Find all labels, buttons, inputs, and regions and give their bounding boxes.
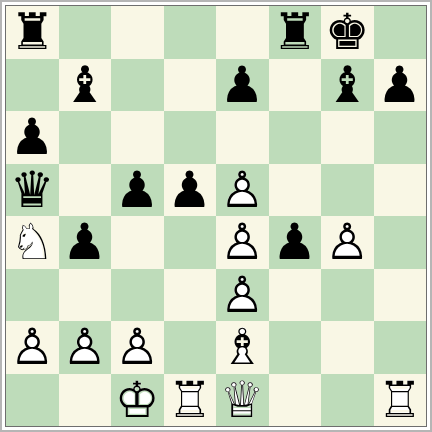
piece-black-king[interactable]: ♚︎ — [321, 6, 374, 59]
square-f2[interactable] — [269, 321, 322, 374]
piece-black-rook[interactable]: ♜︎ — [6, 6, 59, 59]
square-e4[interactable]: ♟︎♙︎ — [216, 216, 269, 269]
square-d5[interactable]: ♟︎ — [164, 164, 217, 217]
piece-white-pawn-fill: ♟︎ — [321, 216, 374, 269]
piece-black-pawn[interactable]: ♟︎ — [6, 111, 59, 164]
square-b3[interactable] — [59, 269, 112, 322]
square-g4[interactable]: ♟︎♙︎ — [321, 216, 374, 269]
piece-white-pawn[interactable]: ♙︎ — [216, 164, 269, 217]
piece-white-pawn-fill: ♟︎ — [111, 321, 164, 374]
piece-black-pawn[interactable]: ♟︎ — [216, 59, 269, 112]
square-g6[interactable] — [321, 111, 374, 164]
square-d3[interactable] — [164, 269, 217, 322]
square-e3[interactable]: ♟︎♙︎ — [216, 269, 269, 322]
square-b6[interactable] — [59, 111, 112, 164]
square-e7[interactable]: ♟︎ — [216, 59, 269, 112]
square-g8[interactable]: ♚︎ — [321, 6, 374, 59]
piece-white-rook[interactable]: ♖︎ — [164, 374, 217, 427]
square-a8[interactable]: ♜︎ — [6, 6, 59, 59]
square-b7[interactable]: ♝︎ — [59, 59, 112, 112]
piece-black-pawn[interactable]: ♟︎ — [111, 164, 164, 217]
square-c3[interactable] — [111, 269, 164, 322]
square-a7[interactable] — [6, 59, 59, 112]
square-c8[interactable] — [111, 6, 164, 59]
square-a6[interactable]: ♟︎ — [6, 111, 59, 164]
piece-white-pawn-fill: ♟︎ — [59, 321, 112, 374]
square-a5[interactable]: ♛︎ — [6, 164, 59, 217]
piece-black-pawn[interactable]: ♟︎ — [164, 164, 217, 217]
piece-black-bishop[interactable]: ♝︎ — [59, 59, 112, 112]
board-frame: ♜︎♜︎♚︎♝︎♟︎♝︎♟︎♟︎♛︎♟︎♟︎♟︎♙︎♞︎♘︎♟︎♟︎♙︎♟︎♟︎… — [0, 0, 432, 432]
square-g1[interactable] — [321, 374, 374, 427]
square-f8[interactable]: ♜︎ — [269, 6, 322, 59]
square-h7[interactable]: ♟︎ — [374, 59, 427, 112]
piece-white-queen[interactable]: ♕︎ — [216, 374, 269, 427]
piece-black-queen[interactable]: ♛︎ — [6, 164, 59, 217]
square-h6[interactable] — [374, 111, 427, 164]
piece-white-king[interactable]: ♔︎ — [111, 374, 164, 427]
square-c1[interactable]: ♚︎♔︎ — [111, 374, 164, 427]
piece-white-pawn[interactable]: ♙︎ — [321, 216, 374, 269]
piece-white-knight[interactable]: ♘︎ — [6, 216, 59, 269]
square-f6[interactable] — [269, 111, 322, 164]
piece-white-rook-fill: ♜︎ — [164, 374, 217, 427]
square-f1[interactable] — [269, 374, 322, 427]
piece-white-rook[interactable]: ♖︎ — [374, 374, 427, 427]
square-d7[interactable] — [164, 59, 217, 112]
square-b2[interactable]: ♟︎♙︎ — [59, 321, 112, 374]
square-a4[interactable]: ♞︎♘︎ — [6, 216, 59, 269]
square-c4[interactable] — [111, 216, 164, 269]
square-a2[interactable]: ♟︎♙︎ — [6, 321, 59, 374]
piece-white-rook-fill: ♜︎ — [374, 374, 427, 427]
square-c7[interactable] — [111, 59, 164, 112]
square-h5[interactable] — [374, 164, 427, 217]
piece-black-pawn[interactable]: ♟︎ — [374, 59, 427, 112]
square-h3[interactable] — [374, 269, 427, 322]
square-f5[interactable] — [269, 164, 322, 217]
square-f3[interactable] — [269, 269, 322, 322]
piece-white-pawn[interactable]: ♙︎ — [216, 269, 269, 322]
piece-black-bishop[interactable]: ♝︎ — [321, 59, 374, 112]
square-d8[interactable] — [164, 6, 217, 59]
piece-white-pawn[interactable]: ♙︎ — [111, 321, 164, 374]
piece-black-pawn[interactable]: ♟︎ — [59, 216, 112, 269]
square-c2[interactable]: ♟︎♙︎ — [111, 321, 164, 374]
square-e8[interactable] — [216, 6, 269, 59]
square-e6[interactable] — [216, 111, 269, 164]
square-e2[interactable]: ♝︎♗︎ — [216, 321, 269, 374]
square-d2[interactable] — [164, 321, 217, 374]
piece-black-pawn[interactable]: ♟︎ — [269, 216, 322, 269]
piece-white-queen-fill: ♛︎ — [216, 374, 269, 427]
square-h1[interactable]: ♜︎♖︎ — [374, 374, 427, 427]
square-d4[interactable] — [164, 216, 217, 269]
square-d6[interactable] — [164, 111, 217, 164]
square-b1[interactable] — [59, 374, 112, 427]
square-a1[interactable] — [6, 374, 59, 427]
piece-white-pawn-fill: ♟︎ — [6, 321, 59, 374]
piece-white-bishop[interactable]: ♗︎ — [216, 321, 269, 374]
piece-white-bishop-fill: ♝︎ — [216, 321, 269, 374]
square-f4[interactable]: ♟︎ — [269, 216, 322, 269]
piece-white-pawn[interactable]: ♙︎ — [6, 321, 59, 374]
square-a3[interactable] — [6, 269, 59, 322]
square-e1[interactable]: ♛︎♕︎ — [216, 374, 269, 427]
piece-white-pawn[interactable]: ♙︎ — [59, 321, 112, 374]
piece-white-pawn[interactable]: ♙︎ — [216, 216, 269, 269]
square-g2[interactable] — [321, 321, 374, 374]
square-h8[interactable] — [374, 6, 427, 59]
square-b5[interactable] — [59, 164, 112, 217]
square-g7[interactable]: ♝︎ — [321, 59, 374, 112]
piece-black-rook[interactable]: ♜︎ — [269, 6, 322, 59]
piece-white-knight-fill: ♞︎ — [6, 216, 59, 269]
square-b4[interactable]: ♟︎ — [59, 216, 112, 269]
square-h4[interactable] — [374, 216, 427, 269]
square-g3[interactable] — [321, 269, 374, 322]
square-b8[interactable] — [59, 6, 112, 59]
square-c5[interactable]: ♟︎ — [111, 164, 164, 217]
piece-white-pawn-fill: ♟︎ — [216, 269, 269, 322]
square-h2[interactable] — [374, 321, 427, 374]
square-g5[interactable] — [321, 164, 374, 217]
square-c6[interactable] — [111, 111, 164, 164]
chess-board: ♜︎♜︎♚︎♝︎♟︎♝︎♟︎♟︎♛︎♟︎♟︎♟︎♙︎♞︎♘︎♟︎♟︎♙︎♟︎♟︎… — [5, 5, 427, 427]
square-f7[interactable] — [269, 59, 322, 112]
piece-white-king-fill: ♚︎ — [111, 374, 164, 427]
piece-white-pawn-fill: ♟︎ — [216, 164, 269, 217]
square-e5[interactable]: ♟︎♙︎ — [216, 164, 269, 217]
piece-white-pawn-fill: ♟︎ — [216, 216, 269, 269]
square-d1[interactable]: ♜︎♖︎ — [164, 374, 217, 427]
